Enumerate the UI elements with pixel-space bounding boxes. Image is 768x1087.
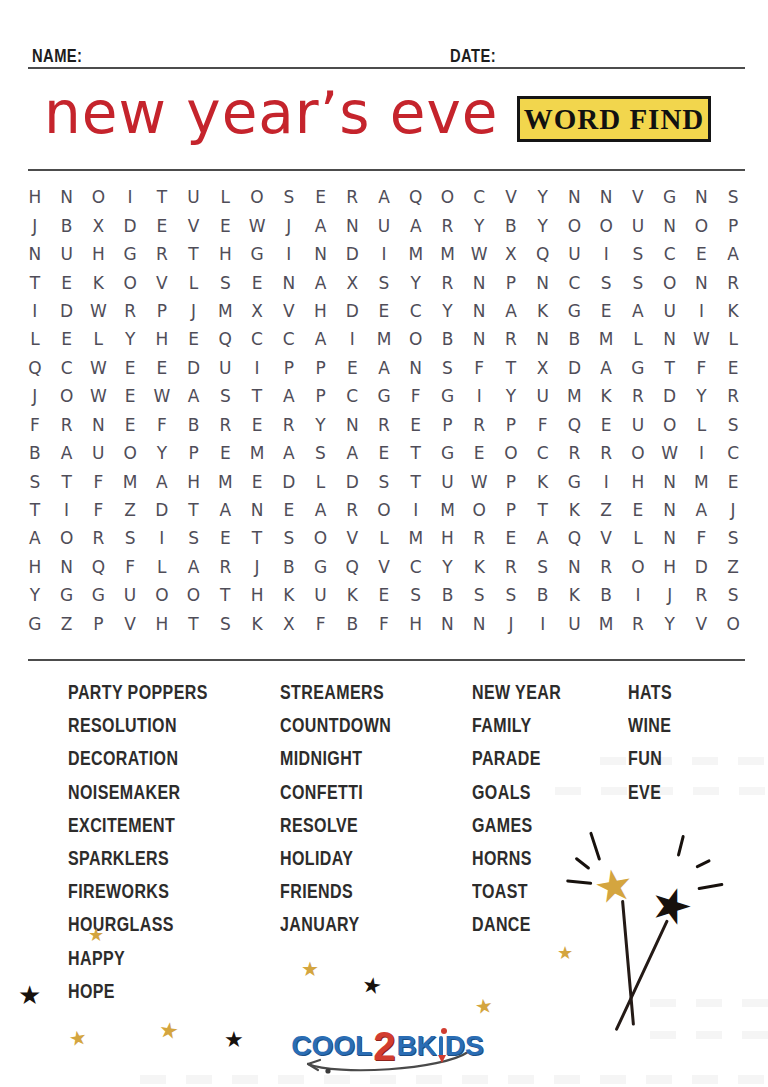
- grid-cell: S: [622, 268, 654, 296]
- word-list-item: CONFETTI: [280, 776, 391, 809]
- grid-cell: X: [527, 354, 559, 382]
- logo-text-ds: DS: [445, 1030, 484, 1062]
- grid-cell: Y: [305, 411, 337, 439]
- grid-cell: N: [336, 411, 368, 439]
- grid-cell: F: [527, 411, 559, 439]
- grid-cell: I: [51, 496, 83, 524]
- word-column-2: STREAMERSCOUNTDOWNMIDNIGHTCONFETTIRESOLV…: [280, 676, 419, 942]
- grid-cell: O: [178, 581, 210, 609]
- grid-cell: G: [559, 467, 591, 495]
- grid-cell: A: [305, 496, 337, 524]
- grid-cell: S: [432, 354, 464, 382]
- grid-cell: L: [368, 524, 400, 552]
- grid-cell: P: [305, 354, 337, 382]
- grid-cell: E: [717, 467, 749, 495]
- grid-cell: Y: [432, 297, 464, 325]
- grid-cell: J: [495, 610, 527, 638]
- word-list-item: DECORATION: [68, 742, 208, 775]
- grid-cell: K: [463, 553, 495, 581]
- grid-cell: V: [336, 524, 368, 552]
- grid-cell: I: [686, 297, 718, 325]
- grid-cell: T: [241, 524, 273, 552]
- word-list-item: NEW YEAR: [472, 676, 561, 709]
- grid-cell: I: [622, 581, 654, 609]
- grid-cell: A: [51, 439, 83, 467]
- grid-cell: O: [686, 211, 718, 239]
- grid-cell: T: [51, 467, 83, 495]
- grid-cell: S: [114, 524, 146, 552]
- gold-star-icon: ★: [301, 959, 319, 979]
- grid-cell: Q: [559, 411, 591, 439]
- grid-cell: L: [209, 183, 241, 211]
- grid-cell: H: [400, 610, 432, 638]
- word-list-item: JANUARY: [280, 908, 391, 941]
- grid-cell: A: [495, 297, 527, 325]
- grid-cell: D: [559, 354, 591, 382]
- grid-cell: C: [241, 325, 273, 353]
- grid-cell: G: [432, 382, 464, 410]
- word-list-item: DANCE: [472, 908, 561, 941]
- grid-cell: K: [273, 581, 305, 609]
- grid-cell: E: [241, 467, 273, 495]
- grid-cell: T: [241, 382, 273, 410]
- grid-cell: E: [273, 496, 305, 524]
- grid-cell: H: [178, 467, 210, 495]
- grid-cell: I: [336, 325, 368, 353]
- grid-cell: W: [463, 240, 495, 268]
- grid-cell: D: [336, 240, 368, 268]
- grid-cell: N: [686, 183, 718, 211]
- grid-cell: S: [178, 524, 210, 552]
- sparkle-dash-icon: [589, 832, 601, 861]
- grid-cell: S: [305, 439, 337, 467]
- grid-cell: D: [51, 297, 83, 325]
- grid-cell: Q: [19, 354, 51, 382]
- grid-cell: O: [241, 183, 273, 211]
- grid-cell: U: [527, 382, 559, 410]
- grid-cell: N: [19, 240, 51, 268]
- grid-cell: Z: [51, 610, 83, 638]
- grid-cell: N: [527, 325, 559, 353]
- grid-cell: Y: [146, 439, 178, 467]
- grid-cell: I: [463, 382, 495, 410]
- pencil-icon: [439, 1036, 443, 1057]
- grid-cell: S: [463, 581, 495, 609]
- grid-cell: S: [209, 610, 241, 638]
- grid-cell: X: [241, 297, 273, 325]
- grid-cell: E: [241, 268, 273, 296]
- grid-cell: I: [114, 183, 146, 211]
- grid-cell: F: [400, 382, 432, 410]
- grid-cell: T: [178, 240, 210, 268]
- grid-cell: R: [717, 382, 749, 410]
- grid-cell: V: [368, 553, 400, 581]
- grid-cell: C: [717, 439, 749, 467]
- grid-cell: R: [432, 268, 464, 296]
- grid-cell: U: [114, 581, 146, 609]
- grid-cell: A: [146, 467, 178, 495]
- grid-cell: F: [305, 610, 337, 638]
- grid-cell: E: [209, 211, 241, 239]
- word-list-item: HAPPY: [68, 942, 208, 975]
- grid-cell: Z: [590, 496, 622, 524]
- grid-cell: N: [590, 183, 622, 211]
- grid-cell: M: [241, 439, 273, 467]
- grid-cell: R: [209, 411, 241, 439]
- grid-cell: Y: [463, 211, 495, 239]
- grid-cell: A: [305, 211, 337, 239]
- grid-cell: V: [495, 183, 527, 211]
- grid-cell: T: [495, 354, 527, 382]
- grid-cell: R: [336, 496, 368, 524]
- grid-cell: Y: [432, 553, 464, 581]
- grid-cell: D: [336, 297, 368, 325]
- grid-cell: L: [305, 467, 337, 495]
- grid-cell: B: [432, 581, 464, 609]
- grid-cell: Q: [527, 240, 559, 268]
- grid-cell: T: [527, 496, 559, 524]
- faint-dash-texture: [650, 1031, 768, 1039]
- grid-cell: R: [146, 240, 178, 268]
- grid-cell: V: [686, 610, 718, 638]
- grid-cell: E: [51, 325, 83, 353]
- grid-cell: M: [432, 240, 464, 268]
- grid-cell: A: [686, 496, 718, 524]
- grid-cell: M: [400, 524, 432, 552]
- grid-cell: M: [209, 297, 241, 325]
- grid-cell: N: [654, 524, 686, 552]
- grid-cell: W: [146, 382, 178, 410]
- grid-cell: O: [368, 496, 400, 524]
- grid-cell: F: [146, 411, 178, 439]
- grid-cell: W: [82, 354, 114, 382]
- grid-cell: B: [559, 325, 591, 353]
- grid-cell: S: [209, 268, 241, 296]
- grid-cell: B: [432, 325, 464, 353]
- grid-cell: T: [19, 496, 51, 524]
- word-list-item: NOISEMAKER: [68, 776, 208, 809]
- grid-cell: G: [559, 297, 591, 325]
- grid-cell: G: [432, 439, 464, 467]
- grid-cell: L: [19, 325, 51, 353]
- grid-cell: R: [336, 183, 368, 211]
- grid-cell: O: [495, 439, 527, 467]
- grid-cell: G: [622, 354, 654, 382]
- grid-cell: R: [51, 411, 83, 439]
- grid-cell: N: [463, 268, 495, 296]
- grid-cell: L: [622, 325, 654, 353]
- grid-cell: E: [178, 325, 210, 353]
- grid-cell: N: [654, 325, 686, 353]
- grid-cell: N: [654, 496, 686, 524]
- grid-cell: K: [590, 382, 622, 410]
- grid-cell: U: [209, 354, 241, 382]
- grid-cell: R: [463, 524, 495, 552]
- grid-cell: X: [495, 240, 527, 268]
- grid-cell: A: [305, 325, 337, 353]
- grid-cell: N: [432, 610, 464, 638]
- grid-cell: C: [654, 240, 686, 268]
- word-column-3: NEW YEARFAMILYPARADEGOALSGAMESHORNSTOAST…: [472, 676, 583, 942]
- grid-cell: F: [463, 354, 495, 382]
- grid-cell: B: [590, 581, 622, 609]
- grid-cell: C: [336, 382, 368, 410]
- grid-cell: R: [114, 297, 146, 325]
- grid-cell: W: [82, 297, 114, 325]
- grid-cell: P: [432, 411, 464, 439]
- grid-cell: X: [273, 610, 305, 638]
- grid-cell: O: [114, 268, 146, 296]
- grid-cell: N: [654, 211, 686, 239]
- grid-cell: G: [19, 610, 51, 638]
- grid-cell: J: [19, 211, 51, 239]
- grid-cell: E: [368, 581, 400, 609]
- grid-cell: S: [400, 581, 432, 609]
- grid-cell: H: [209, 240, 241, 268]
- grid-cell: H: [82, 240, 114, 268]
- grid-cell: R: [590, 439, 622, 467]
- grid-cell: O: [590, 211, 622, 239]
- gold-star-icon: ★: [474, 995, 495, 1017]
- grid-cell: K: [527, 297, 559, 325]
- grid-cell: G: [654, 183, 686, 211]
- grid-cell: S: [590, 268, 622, 296]
- grid-cell: S: [717, 581, 749, 609]
- grid-cell: U: [559, 240, 591, 268]
- grid-cell: U: [51, 240, 83, 268]
- grid-cell: B: [51, 211, 83, 239]
- grid-cell: B: [336, 610, 368, 638]
- grid-cell: A: [209, 496, 241, 524]
- grid-cell: A: [305, 268, 337, 296]
- word-list-item: PARADE: [472, 742, 561, 775]
- grid-cell: D: [146, 496, 178, 524]
- grid-cell: P: [717, 211, 749, 239]
- grid-cell: D: [273, 467, 305, 495]
- grid-cell: E: [717, 354, 749, 382]
- grid-cell: P: [495, 268, 527, 296]
- grid-cell: S: [273, 183, 305, 211]
- grid-cell: F: [82, 467, 114, 495]
- grid-cell: A: [527, 524, 559, 552]
- grid-cell: U: [559, 610, 591, 638]
- grid-cell: Q: [559, 524, 591, 552]
- grid-cell: W: [686, 325, 718, 353]
- grid-cell: V: [622, 183, 654, 211]
- grid-cell: H: [146, 610, 178, 638]
- grid-cell: O: [82, 183, 114, 211]
- grid-cell: H: [146, 325, 178, 353]
- grid-cell: T: [209, 581, 241, 609]
- grid-cell: N: [51, 553, 83, 581]
- grid-cell: A: [368, 354, 400, 382]
- date-label: DATE:: [450, 46, 496, 67]
- grid-cell: I: [146, 524, 178, 552]
- grid-cell: A: [590, 354, 622, 382]
- grid-cell: E: [495, 524, 527, 552]
- word-column-1: PARTY POPPERSRESOLUTIONDECORATIONNOISEMA…: [68, 676, 243, 1008]
- header-rule: [28, 67, 745, 69]
- grid-cell: S: [495, 581, 527, 609]
- grid-cell: N: [241, 496, 273, 524]
- word-list-item: SPARKLERS: [68, 842, 208, 875]
- grid-cell: E: [590, 411, 622, 439]
- grid-cell: Y: [527, 211, 559, 239]
- grid-cell: Y: [654, 610, 686, 638]
- gold-star-icon: ★: [67, 1027, 88, 1050]
- grid-cell: G: [82, 581, 114, 609]
- grid-cell: D: [114, 211, 146, 239]
- grid-cell: R: [622, 610, 654, 638]
- grid-cell: J: [717, 496, 749, 524]
- grid-cell: R: [590, 553, 622, 581]
- grid-cell: D: [336, 467, 368, 495]
- grid-cell: U: [622, 211, 654, 239]
- word-find-badge: WORD FIND: [517, 96, 711, 142]
- grid-cell: E: [51, 268, 83, 296]
- word-list-item: HOPE: [68, 975, 208, 1008]
- word-list-item: FAMILY: [472, 709, 561, 742]
- word-list-item: FIREWORKS: [68, 875, 208, 908]
- grid-cell: W: [82, 382, 114, 410]
- grid-cell: K: [559, 581, 591, 609]
- grid-cell: Y: [686, 382, 718, 410]
- grid-cell: O: [654, 411, 686, 439]
- grid-cell: Y: [527, 183, 559, 211]
- grid-cell: O: [559, 211, 591, 239]
- grid-cell: P: [178, 439, 210, 467]
- grid-cell: T: [654, 354, 686, 382]
- grid-cell: V: [114, 610, 146, 638]
- grid-cell: F: [368, 610, 400, 638]
- grid-cell: O: [432, 183, 464, 211]
- sparkle-dash-icon: [697, 883, 723, 890]
- grid-cell: I: [590, 240, 622, 268]
- grid-cell: T: [146, 183, 178, 211]
- gold-star-icon: ★: [158, 1019, 181, 1044]
- grid-cell: C: [527, 439, 559, 467]
- grid-cell: Y: [114, 325, 146, 353]
- grid-cell: S: [273, 524, 305, 552]
- grid-cell: Y: [400, 268, 432, 296]
- grid-cell: E: [400, 411, 432, 439]
- word-list-item: COUNTDOWN: [280, 709, 391, 742]
- grid-bottom-rule: [28, 659, 745, 661]
- grid-cell: X: [336, 268, 368, 296]
- grid-cell: N: [82, 411, 114, 439]
- grid-cell: S: [527, 553, 559, 581]
- grid-cell: V: [273, 297, 305, 325]
- word-list-item: MIDNIGHT: [280, 742, 391, 775]
- grid-cell: V: [178, 211, 210, 239]
- grid-cell: E: [368, 297, 400, 325]
- grid-cell: E: [305, 183, 337, 211]
- grid-cell: J: [654, 581, 686, 609]
- gold-star-icon: ★: [557, 944, 573, 962]
- grid-cell: W: [241, 211, 273, 239]
- grid-cell: H: [19, 183, 51, 211]
- grid-cell: C: [51, 354, 83, 382]
- grid-cell: Q: [82, 553, 114, 581]
- grid-cell: E: [146, 354, 178, 382]
- grid-cell: I: [241, 354, 273, 382]
- grid-cell: I: [686, 439, 718, 467]
- word-list-item: PARTY POPPERS: [68, 676, 208, 709]
- grid-cell: N: [559, 183, 591, 211]
- grid-cell: E: [622, 496, 654, 524]
- grid-cell: Q: [336, 553, 368, 581]
- grid-cell: O: [717, 610, 749, 638]
- grid-cell: O: [400, 325, 432, 353]
- grid-cell: N: [463, 297, 495, 325]
- grid-cell: F: [19, 411, 51, 439]
- logo-text-bk: BK: [396, 1030, 436, 1062]
- grid-cell: O: [51, 524, 83, 552]
- grid-cell: B: [178, 411, 210, 439]
- grid-cell: H: [654, 553, 686, 581]
- black-star-icon: ★: [644, 877, 700, 936]
- grid-cell: K: [559, 496, 591, 524]
- grid-cell: A: [273, 382, 305, 410]
- grid-cell: T: [400, 467, 432, 495]
- grid-cell: S: [209, 382, 241, 410]
- grid-cell: N: [527, 268, 559, 296]
- grid-cell: X: [82, 211, 114, 239]
- grid-cell: M: [114, 467, 146, 495]
- grid-cell: T: [178, 610, 210, 638]
- grid-cell: F: [82, 496, 114, 524]
- grid-cell: K: [717, 297, 749, 325]
- grid-cell: E: [209, 524, 241, 552]
- grid-cell: C: [400, 297, 432, 325]
- grid-cell: S: [717, 524, 749, 552]
- grid-cell: O: [51, 382, 83, 410]
- grid-cell: O: [622, 439, 654, 467]
- grid-cell: T: [400, 439, 432, 467]
- grid-cell: M: [400, 240, 432, 268]
- grid-cell: P: [273, 354, 305, 382]
- grid-cell: C: [400, 553, 432, 581]
- logo-text-cool: COOL: [291, 1030, 372, 1062]
- sparkle-dash-icon: [677, 835, 685, 857]
- grid-cell: P: [495, 467, 527, 495]
- grid-cell: I: [400, 496, 432, 524]
- grid-cell: N: [463, 610, 495, 638]
- grid-cell: L: [622, 524, 654, 552]
- grid-cell: A: [178, 553, 210, 581]
- grid-cell: I: [590, 467, 622, 495]
- grid-cell: V: [590, 524, 622, 552]
- grid-cell: G: [51, 581, 83, 609]
- grid-cell: G: [114, 240, 146, 268]
- grid-cell: O: [146, 581, 178, 609]
- page-title: new year’s eve: [44, 84, 499, 142]
- grid-cell: S: [717, 183, 749, 211]
- black-star-icon: ★: [360, 973, 383, 998]
- grid-cell: S: [622, 240, 654, 268]
- word-list-item: TOAST: [472, 875, 561, 908]
- grid-cell: C: [463, 183, 495, 211]
- grid-cell: Y: [495, 382, 527, 410]
- word-list-item: GOALS: [472, 776, 561, 809]
- grid-cell: M: [209, 467, 241, 495]
- grid-cell: D: [178, 354, 210, 382]
- grid-cell: Y: [19, 581, 51, 609]
- grid-cell: Q: [209, 325, 241, 353]
- grid-cell: G: [305, 553, 337, 581]
- grid-cell: N: [51, 183, 83, 211]
- grid-cell: K: [336, 581, 368, 609]
